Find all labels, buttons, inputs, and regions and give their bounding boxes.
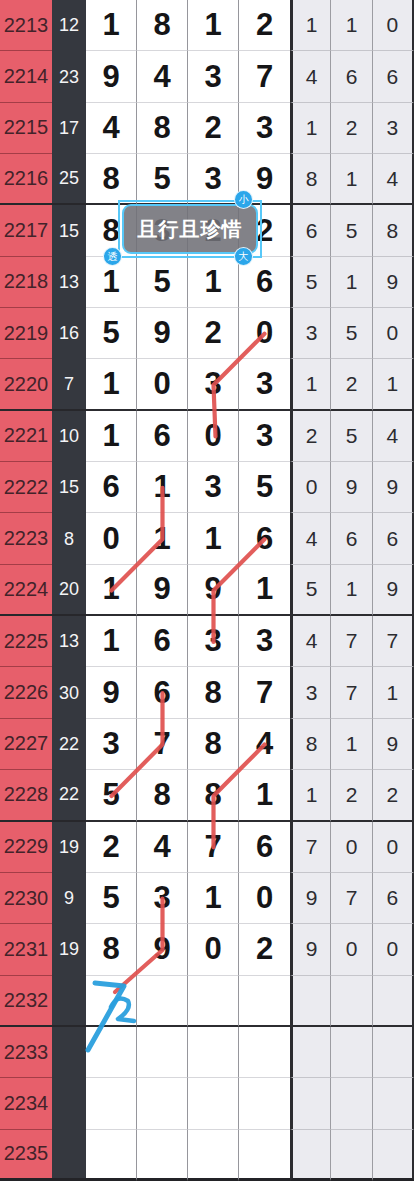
aux-digit-cell: 1 xyxy=(290,103,331,154)
period-cell: 2216 xyxy=(0,154,52,205)
digit-cell xyxy=(239,1078,290,1129)
digit-cell: 4 xyxy=(137,822,188,873)
lottery-trend-app: 2213121812110221423943746622151748231232… xyxy=(0,0,414,1181)
sum-cell: 22 xyxy=(52,770,86,821)
digit-cell: 3 xyxy=(188,616,239,667)
digit-cell: 1 xyxy=(188,513,239,564)
aux-digit-cell: 9 xyxy=(373,719,414,770)
period-cell: 2230 xyxy=(0,873,52,924)
sum-cell: 9 xyxy=(52,873,86,924)
digit-cell: 1 xyxy=(86,0,137,51)
digit-cell: 1 xyxy=(86,616,137,667)
digit-cell: 9 xyxy=(188,565,239,616)
sum-cell: 13 xyxy=(52,616,86,667)
digit-cell: 3 xyxy=(137,873,188,924)
period-cell: 2224 xyxy=(0,565,52,616)
aux-digit-cell: 7 xyxy=(331,616,372,667)
sum-cell: 17 xyxy=(52,103,86,154)
aux-digit-cell: 9 xyxy=(373,462,414,513)
aux-digit-cell xyxy=(373,1027,414,1078)
digit-cell: 2 xyxy=(188,103,239,154)
aux-digit-cell: 6 xyxy=(331,513,372,564)
digit-cell: 0 xyxy=(188,924,239,975)
digit-cell: 3 xyxy=(188,154,239,205)
sum-cell: 15 xyxy=(52,205,86,256)
digit-cell: 1 xyxy=(137,513,188,564)
digit-cell: 5 xyxy=(137,154,188,205)
aux-digit-cell: 2 xyxy=(373,770,414,821)
aux-digit-cell: 3 xyxy=(373,103,414,154)
digit-cell: 5 xyxy=(239,462,290,513)
digit-cell xyxy=(86,1130,137,1181)
digit-cell: 8 xyxy=(137,103,188,154)
period-cell: 2217 xyxy=(0,205,52,256)
aux-digit-cell: 7 xyxy=(290,822,331,873)
digit-cell: 7 xyxy=(137,719,188,770)
digit-cell xyxy=(239,976,290,1027)
aux-digit-cell: 0 xyxy=(373,924,414,975)
digit-cell: 1 xyxy=(239,770,290,821)
digit-cell: 1 xyxy=(86,359,137,410)
digit-cell: 5 xyxy=(86,308,137,359)
aux-digit-cell: 5 xyxy=(331,411,372,462)
aux-digit-cell xyxy=(331,1078,372,1129)
digit-cell: 6 xyxy=(137,411,188,462)
digit-cell: 6 xyxy=(239,822,290,873)
digit-cell xyxy=(86,1078,137,1129)
aux-digit-cell: 0 xyxy=(331,822,372,873)
aux-digit-cell: 9 xyxy=(331,462,372,513)
digit-cell: 9 xyxy=(137,924,188,975)
aux-digit-cell: 5 xyxy=(290,257,331,308)
digit-cell: 0 xyxy=(188,411,239,462)
resize-small-handle[interactable]: 小 xyxy=(234,190,253,209)
aux-digit-cell xyxy=(373,1078,414,1129)
digit-cell xyxy=(188,1130,239,1181)
digit-cell: 8 xyxy=(86,924,137,975)
aux-digit-cell: 0 xyxy=(373,822,414,873)
aux-digit-cell: 2 xyxy=(331,359,372,410)
sum-cell: 8 xyxy=(52,513,86,564)
sum-cell: 13 xyxy=(52,257,86,308)
resize-big-handle[interactable]: 大 xyxy=(234,247,253,266)
digit-cell: 1 xyxy=(239,565,290,616)
digit-cell xyxy=(188,976,239,1027)
aux-digit-cell xyxy=(290,976,331,1027)
aux-digit-cell: 3 xyxy=(290,308,331,359)
sum-cell: 25 xyxy=(52,154,86,205)
digit-cell: 8 xyxy=(86,154,137,205)
aux-digit-cell: 1 xyxy=(331,565,372,616)
sum-cell: 22 xyxy=(52,719,86,770)
digit-cell: 1 xyxy=(188,873,239,924)
digit-cell: 5 xyxy=(86,770,137,821)
digit-cell: 8 xyxy=(188,667,239,718)
sum-cell: 23 xyxy=(52,51,86,102)
aux-digit-cell xyxy=(373,1130,414,1181)
digit-cell: 1 xyxy=(137,462,188,513)
digit-cell xyxy=(86,1027,137,1078)
aux-digit-cell: 1 xyxy=(331,154,372,205)
period-cell: 2214 xyxy=(0,51,52,102)
period-cell: 2225 xyxy=(0,616,52,667)
aux-digit-cell: 9 xyxy=(290,924,331,975)
aux-digit-cell: 1 xyxy=(373,359,414,410)
period-cell: 2223 xyxy=(0,513,52,564)
aux-digit-cell: 1 xyxy=(290,770,331,821)
aux-digit-cell: 5 xyxy=(290,565,331,616)
aux-digit-cell: 2 xyxy=(331,770,372,821)
digit-cell: 3 xyxy=(188,51,239,102)
aux-digit-cell: 4 xyxy=(290,513,331,564)
digit-cell: 8 xyxy=(188,719,239,770)
period-cell: 2234 xyxy=(0,1078,52,1129)
sum-cell: 19 xyxy=(52,924,86,975)
sum-cell xyxy=(52,1027,86,1078)
aux-digit-cell: 6 xyxy=(373,51,414,102)
aux-digit-cell: 1 xyxy=(290,0,331,51)
digit-cell: 3 xyxy=(239,616,290,667)
aux-digit-cell xyxy=(290,1078,331,1129)
aux-digit-cell: 0 xyxy=(373,0,414,51)
aux-digit-cell: 4 xyxy=(290,616,331,667)
digit-cell: 1 xyxy=(188,257,239,308)
aux-digit-cell: 1 xyxy=(290,359,331,410)
digit-cell: 0 xyxy=(86,513,137,564)
digit-cell xyxy=(188,1078,239,1129)
sum-cell: 16 xyxy=(52,308,86,359)
digit-cell: 5 xyxy=(86,873,137,924)
sum-cell xyxy=(52,976,86,1027)
period-cell: 2232 xyxy=(0,976,52,1027)
sum-cell: 7 xyxy=(52,359,86,410)
digit-cell: 1 xyxy=(86,411,137,462)
digit-cell: 8 xyxy=(137,0,188,51)
digit-cell: 3 xyxy=(239,359,290,410)
digit-cell: 6 xyxy=(239,513,290,564)
digit-cell: 7 xyxy=(239,51,290,102)
aux-digit-cell: 2 xyxy=(290,411,331,462)
digit-cell: 8 xyxy=(188,770,239,821)
digit-cell: 4 xyxy=(239,719,290,770)
aux-digit-cell: 8 xyxy=(290,154,331,205)
aux-digit-cell: 0 xyxy=(373,308,414,359)
digit-cell: 9 xyxy=(86,667,137,718)
aux-digit-cell: 9 xyxy=(373,257,414,308)
aux-digit-cell: 6 xyxy=(331,51,372,102)
digit-cell xyxy=(137,1130,188,1181)
period-cell: 2219 xyxy=(0,308,52,359)
aux-digit-cell: 6 xyxy=(290,205,331,256)
digit-cell: 9 xyxy=(137,308,188,359)
period-cell: 2233 xyxy=(0,1027,52,1078)
digit-cell: 2 xyxy=(188,308,239,359)
digit-cell: 0 xyxy=(137,359,188,410)
aux-digit-cell: 2 xyxy=(331,103,372,154)
period-cell: 2228 xyxy=(0,770,52,821)
digit-cell xyxy=(137,976,188,1027)
period-cell: 2235 xyxy=(0,1130,52,1181)
digit-cell: 6 xyxy=(137,667,188,718)
aux-digit-cell: 7 xyxy=(331,873,372,924)
digit-cell: 7 xyxy=(188,822,239,873)
digit-cell xyxy=(86,976,137,1027)
period-cell: 2221 xyxy=(0,411,52,462)
period-cell: 2226 xyxy=(0,667,52,718)
digit-cell: 2 xyxy=(239,0,290,51)
period-cell: 2218 xyxy=(0,257,52,308)
sum-cell: 12 xyxy=(52,0,86,51)
aux-digit-cell: 6 xyxy=(373,873,414,924)
period-cell: 2220 xyxy=(0,359,52,410)
digit-cell: 3 xyxy=(188,359,239,410)
digit-cell: 0 xyxy=(239,308,290,359)
aux-digit-cell: 1 xyxy=(331,0,372,51)
aux-digit-cell: 0 xyxy=(331,924,372,975)
aux-digit-cell: 9 xyxy=(373,565,414,616)
aux-digit-cell: 1 xyxy=(331,257,372,308)
aux-digit-cell: 8 xyxy=(373,205,414,256)
sum-cell xyxy=(52,1130,86,1181)
digit-cell: 2 xyxy=(239,924,290,975)
aux-digit-cell: 5 xyxy=(331,205,372,256)
period-cell: 2229 xyxy=(0,822,52,873)
digit-cell xyxy=(239,1130,290,1181)
aux-digit-cell xyxy=(290,1027,331,1078)
aux-digit-cell xyxy=(331,976,372,1027)
digit-cell: 2 xyxy=(86,822,137,873)
digit-cell: 3 xyxy=(239,411,290,462)
digit-cell xyxy=(137,1078,188,1129)
annotation-text: 且行且珍惜 xyxy=(122,204,258,254)
sum-cell: 10 xyxy=(52,411,86,462)
digit-cell: 6 xyxy=(86,462,137,513)
aux-digit-cell: 8 xyxy=(290,719,331,770)
aux-digit-cell: 4 xyxy=(290,51,331,102)
sum-cell: 19 xyxy=(52,822,86,873)
aux-digit-cell: 5 xyxy=(331,308,372,359)
aux-digit-cell: 7 xyxy=(373,616,414,667)
aux-digit-cell: 4 xyxy=(373,154,414,205)
digit-cell: 5 xyxy=(137,257,188,308)
aux-digit-cell xyxy=(290,1130,331,1181)
period-cell: 2231 xyxy=(0,924,52,975)
digit-cell: 0 xyxy=(239,873,290,924)
period-cell: 2215 xyxy=(0,103,52,154)
digit-cell: 9 xyxy=(86,51,137,102)
digit-cell: 3 xyxy=(239,103,290,154)
aux-digit-cell: 4 xyxy=(373,411,414,462)
aux-digit-cell xyxy=(331,1027,372,1078)
transparency-handle[interactable]: 透 xyxy=(103,247,122,266)
aux-digit-cell: 1 xyxy=(331,719,372,770)
digit-cell: 9 xyxy=(137,565,188,616)
digit-cell xyxy=(137,1027,188,1078)
digit-cell xyxy=(188,1027,239,1078)
period-cell: 2222 xyxy=(0,462,52,513)
aux-digit-cell xyxy=(373,976,414,1027)
aux-digit-cell: 6 xyxy=(373,513,414,564)
sum-cell xyxy=(52,1078,86,1129)
digit-cell xyxy=(239,1027,290,1078)
sum-cell: 15 xyxy=(52,462,86,513)
digit-cell: 3 xyxy=(188,462,239,513)
aux-digit-cell xyxy=(331,1130,372,1181)
aux-digit-cell: 3 xyxy=(290,667,331,718)
sum-cell: 30 xyxy=(52,667,86,718)
digit-cell: 8 xyxy=(137,770,188,821)
aux-digit-cell: 1 xyxy=(373,667,414,718)
digit-cell: 7 xyxy=(239,667,290,718)
digit-cell: 1 xyxy=(86,565,137,616)
digit-cell: 3 xyxy=(86,719,137,770)
aux-digit-cell: 0 xyxy=(290,462,331,513)
period-cell: 2227 xyxy=(0,719,52,770)
aux-digit-cell: 7 xyxy=(331,667,372,718)
aux-digit-cell: 9 xyxy=(290,873,331,924)
trend-board[interactable]: 2213121812110221423943746622151748231232… xyxy=(0,0,414,1181)
sum-cell: 20 xyxy=(52,565,86,616)
digit-cell: 4 xyxy=(137,51,188,102)
digit-cell: 4 xyxy=(86,103,137,154)
digit-cell: 1 xyxy=(188,0,239,51)
digit-cell: 6 xyxy=(137,616,188,667)
period-cell: 2213 xyxy=(0,0,52,51)
